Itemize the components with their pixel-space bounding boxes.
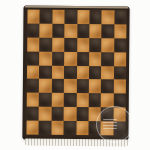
photo-background: [0, 0, 150, 150]
board-cell-r3c5: [77, 38, 89, 52]
board-cell-r1c7: [102, 10, 114, 24]
board-cell-r4c6: [89, 52, 101, 66]
board-cell-r3c7: [101, 38, 113, 52]
board-cell-r4c1: [27, 51, 39, 65]
board-cell-r2c8: [114, 24, 126, 38]
board-cell-r5c2: [39, 65, 51, 79]
board-cell-r9c4: [64, 121, 76, 135]
board-cell-r5c3: [52, 65, 64, 79]
board-cell-r6c2: [39, 79, 51, 93]
board-cell-r5c4: [64, 65, 76, 79]
board-cell-r3c1: [27, 37, 39, 51]
board-cell-r3c6: [89, 38, 101, 52]
board-cell-r3c2: [40, 37, 52, 51]
board-cell-r7c6: [89, 93, 101, 107]
board-cell-r6c6: [89, 80, 101, 94]
board-cell-r1c5: [77, 10, 89, 24]
board-cell-r6c5: [76, 79, 88, 93]
board-cell-r2c6: [89, 24, 101, 38]
watermark-text-lines: [103, 119, 117, 129]
board-cell-r4c4: [64, 52, 76, 66]
board-cell-r3c4: [64, 38, 76, 52]
rug-top-selvedge: [25, 6, 129, 9]
board-cell-r9c5: [76, 121, 88, 135]
board-cell-r9c1: [26, 121, 38, 135]
board-cell-r6c8: [113, 80, 125, 94]
board-cell-r2c4: [64, 24, 76, 38]
board-cell-r6c3: [52, 79, 64, 93]
board-cell-r3c8: [114, 38, 126, 52]
board-cell-r7c5: [76, 93, 88, 107]
board-cell-r5c5: [76, 66, 88, 80]
board-cell-r7c2: [39, 93, 51, 107]
board-cell-r8c5: [76, 107, 88, 121]
board-cell-r1c6: [89, 10, 101, 24]
board-cell-r4c5: [77, 52, 89, 66]
board-cell-r6c7: [101, 80, 113, 94]
board-cell-r7c1: [27, 93, 39, 107]
board-cell-r8c3: [51, 107, 63, 121]
board-cell-r4c7: [101, 52, 113, 66]
board-cell-r2c3: [52, 24, 64, 38]
board-cell-r5c8: [114, 66, 126, 80]
board-cell-r3c3: [52, 38, 64, 52]
board-cell-r9c2: [39, 121, 51, 135]
board-cell-r2c2: [40, 24, 52, 38]
board-cell-r5c7: [101, 66, 113, 80]
board-cell-r6c1: [27, 79, 39, 93]
board-cell-r1c1: [27, 10, 39, 24]
board-cell-r8c2: [39, 107, 51, 121]
board-cell-r4c2: [39, 51, 51, 65]
board-cell-r8c4: [64, 107, 76, 121]
board-cell-r2c5: [77, 24, 89, 38]
board-cell-r1c4: [65, 10, 77, 24]
board-cell-r5c6: [89, 66, 101, 80]
board-cell-r4c3: [52, 51, 64, 65]
board-cell-r7c4: [64, 93, 76, 107]
board-cell-r6c4: [64, 79, 76, 93]
board-cell-r4c8: [114, 52, 126, 66]
board-cell-r9c3: [51, 121, 63, 135]
board-cell-r1c2: [40, 10, 52, 24]
board-cell-r8c1: [27, 107, 39, 121]
board-cell-r7c3: [51, 93, 63, 107]
board-cell-r1c8: [114, 10, 126, 24]
board-cell-r1c3: [52, 10, 64, 24]
board-cell-r2c7: [102, 24, 114, 38]
board-cell-r5c1: [27, 65, 39, 79]
board-cell-r2c1: [27, 23, 39, 37]
circular-watermark-stamp: [96, 106, 133, 143]
